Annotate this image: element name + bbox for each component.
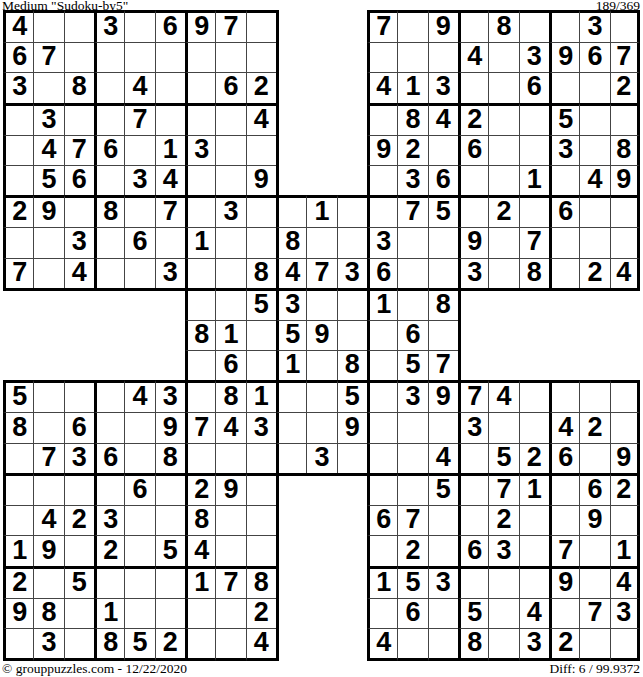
given-digit-r16c6: 8 (185, 505, 215, 535)
void-r9c4 (124, 288, 154, 320)
given-digit-r6c18: 6 (549, 195, 579, 227)
given-digit-r4c1: 4 (33, 135, 63, 165)
given-digit-r12c14: 9 (428, 380, 458, 412)
void-r15c10 (306, 473, 336, 505)
empty-cell-r4c16[interactable] (488, 135, 518, 165)
empty-cell-r19c6[interactable] (185, 598, 215, 628)
empty-cell-r9c13[interactable] (397, 288, 427, 320)
given-digit-r3c13: 8 (397, 103, 427, 135)
given-digit-r17c13: 2 (397, 535, 427, 565)
empty-cell-r10c8[interactable] (246, 320, 276, 350)
empty-cell-r16c14[interactable] (428, 505, 458, 535)
empty-cell-r19c4[interactable] (124, 598, 154, 628)
empty-cell-r15c18[interactable] (549, 473, 579, 505)
empty-cell-r18c3[interactable] (94, 566, 124, 598)
void-r10c0 (3, 320, 33, 350)
empty-cell-r12c9[interactable] (276, 380, 306, 412)
void-r0c10 (306, 10, 336, 42)
empty-cell-r7c13[interactable] (397, 227, 427, 257)
empty-cell-r13c13[interactable] (397, 412, 427, 442)
void-r10c1 (33, 320, 63, 350)
given-digit-r5c19: 4 (579, 165, 609, 195)
empty-cell-r20c0[interactable] (3, 628, 33, 661)
void-r19c10 (306, 598, 336, 628)
void-r17c10 (306, 535, 336, 565)
given-digit-r3c15: 2 (458, 103, 488, 135)
void-r19c9 (276, 598, 306, 628)
given-digit-r18c2: 5 (64, 566, 94, 598)
given-digit-r15c17: 1 (519, 473, 549, 505)
empty-cell-r13c16[interactable] (488, 412, 518, 442)
given-digit-r1c0: 6 (3, 42, 33, 72)
void-r9c1 (33, 288, 63, 320)
empty-cell-r11c12[interactable] (367, 350, 397, 380)
given-digit-r11c11: 8 (337, 350, 367, 380)
empty-cell-r16c18[interactable] (549, 505, 579, 535)
empty-cell-r8c18[interactable] (549, 258, 579, 288)
empty-cell-r7c11[interactable] (337, 227, 367, 257)
empty-cell-r20c7[interactable] (215, 628, 245, 661)
empty-cell-r4c4[interactable] (124, 135, 154, 165)
empty-cell-r0c20[interactable] (610, 10, 640, 42)
given-digit-r5c17: 1 (519, 165, 549, 195)
empty-cell-r6c15[interactable] (458, 195, 488, 227)
empty-cell-r13c4[interactable] (124, 412, 154, 442)
empty-cell-r1c13[interactable] (397, 42, 427, 72)
empty-cell-r13c1[interactable] (33, 412, 63, 442)
empty-cell-r15c5[interactable] (155, 473, 185, 505)
empty-cell-r3c3[interactable] (94, 103, 124, 135)
empty-cell-r1c5[interactable] (155, 42, 185, 72)
empty-cell-r20c13[interactable] (397, 628, 427, 661)
given-digit-r5c13: 3 (397, 165, 427, 195)
given-digit-r4c6: 3 (185, 135, 215, 165)
void-r11c16 (488, 350, 518, 380)
empty-cell-r8c16[interactable] (488, 258, 518, 288)
empty-cell-r7c16[interactable] (488, 227, 518, 257)
empty-cell-r12c19[interactable] (579, 380, 609, 412)
void-r11c3 (94, 350, 124, 380)
empty-cell-r1c12[interactable] (367, 42, 397, 72)
empty-cell-r5c12[interactable] (367, 165, 397, 195)
empty-cell-r0c4[interactable] (124, 10, 154, 42)
empty-cell-r4c0[interactable] (3, 135, 33, 165)
empty-cell-r8c1[interactable] (33, 258, 63, 288)
empty-cell-r20c16[interactable] (488, 628, 518, 661)
empty-cell-r6c12[interactable] (367, 195, 397, 227)
empty-cell-r15c12[interactable] (367, 473, 397, 505)
empty-cell-r5c3[interactable] (94, 165, 124, 195)
given-digit-r20c18: 2 (549, 628, 579, 661)
empty-cell-r9c6[interactable] (185, 288, 215, 320)
empty-cell-r16c8[interactable] (246, 505, 276, 535)
empty-cell-r19c5[interactable] (155, 598, 185, 628)
given-digit-r18c8: 8 (246, 566, 276, 598)
void-r9c17 (519, 288, 549, 320)
given-digit-r13c0: 8 (3, 412, 33, 442)
empty-cell-r14c19[interactable] (579, 443, 609, 473)
void-r2c9 (276, 72, 306, 102)
empty-cell-r16c15[interactable] (458, 505, 488, 535)
empty-cell-r8c7[interactable] (215, 258, 245, 288)
empty-cell-r13c14[interactable] (428, 412, 458, 442)
void-r10c17 (519, 320, 549, 350)
void-r0c9 (276, 10, 306, 42)
void-r18c9 (276, 566, 306, 598)
empty-cell-r15c13[interactable] (397, 473, 427, 505)
empty-cell-r17c7[interactable] (215, 535, 245, 565)
empty-cell-r0c17[interactable] (519, 10, 549, 42)
given-digit-r4c3: 6 (94, 135, 124, 165)
given-digit-r7c17: 7 (519, 227, 549, 257)
empty-cell-r17c2[interactable] (64, 535, 94, 565)
void-r3c10 (306, 103, 336, 135)
empty-cell-r13c17[interactable] (519, 412, 549, 442)
empty-cell-r18c15[interactable] (458, 566, 488, 598)
empty-cell-r2c18[interactable] (549, 72, 579, 102)
given-digit-r1c20: 7 (610, 42, 640, 72)
empty-cell-r20c14[interactable] (428, 628, 458, 661)
empty-cell-r19c2[interactable] (64, 598, 94, 628)
empty-cell-r1c16[interactable] (488, 42, 518, 72)
given-digit-r2c7: 6 (215, 72, 245, 102)
empty-cell-r2c19[interactable] (579, 72, 609, 102)
empty-cell-r20c6[interactable] (185, 628, 215, 661)
empty-cell-r0c13[interactable] (397, 10, 427, 42)
given-digit-r17c3: 2 (94, 535, 124, 565)
empty-cell-r5c6[interactable] (185, 165, 215, 195)
given-digit-r12c15: 7 (458, 380, 488, 412)
empty-cell-r20c19[interactable] (579, 628, 609, 661)
empty-cell-r8c14[interactable] (428, 258, 458, 288)
empty-cell-r4c8[interactable] (246, 135, 276, 165)
empty-cell-r7c18[interactable] (549, 227, 579, 257)
empty-cell-r17c8[interactable] (246, 535, 276, 565)
empty-cell-r14c13[interactable] (397, 443, 427, 473)
empty-cell-r3c0[interactable] (3, 103, 33, 135)
empty-cell-r1c4[interactable] (124, 42, 154, 72)
void-r17c9 (276, 535, 306, 565)
empty-cell-r20c20[interactable] (610, 628, 640, 661)
given-digit-r8c11: 3 (337, 258, 367, 288)
given-digit-r8c10: 7 (306, 258, 336, 288)
empty-cell-r8c13[interactable] (397, 258, 427, 288)
empty-cell-r7c10[interactable] (306, 227, 336, 257)
given-digit-r0c14: 9 (428, 10, 458, 42)
empty-cell-r6c11[interactable] (337, 195, 367, 227)
given-digit-r5c4: 3 (124, 165, 154, 195)
empty-cell-r3c2[interactable] (64, 103, 94, 135)
given-digit-r11c14: 7 (428, 350, 458, 380)
empty-cell-r14c15[interactable] (458, 443, 488, 473)
given-digit-r12c4: 4 (124, 380, 154, 412)
empty-cell-r5c16[interactable] (488, 165, 518, 195)
empty-cell-r2c3[interactable] (94, 72, 124, 102)
void-r3c9 (276, 103, 306, 135)
empty-cell-r5c0[interactable] (3, 165, 33, 195)
given-digit-r6c10: 1 (306, 195, 336, 227)
empty-cell-r11c10[interactable] (306, 350, 336, 380)
empty-cell-r2c6[interactable] (185, 72, 215, 102)
empty-cell-r7c7[interactable] (215, 227, 245, 257)
empty-cell-r2c1[interactable] (33, 72, 63, 102)
given-digit-r9c14: 8 (428, 288, 458, 320)
empty-cell-r1c2[interactable] (64, 42, 94, 72)
empty-cell-r15c1[interactable] (33, 473, 63, 505)
given-digit-r16c1: 4 (33, 505, 63, 535)
given-digit-r13c6: 7 (185, 412, 215, 442)
empty-cell-r5c15[interactable] (458, 165, 488, 195)
empty-cell-r6c8[interactable] (246, 195, 276, 227)
empty-cell-r3c12[interactable] (367, 103, 397, 135)
empty-cell-r8c4[interactable] (124, 258, 154, 288)
empty-cell-r12c6[interactable] (185, 380, 215, 412)
empty-cell-r17c4[interactable] (124, 535, 154, 565)
void-r10c2 (64, 320, 94, 350)
given-digit-r9c9: 3 (276, 288, 306, 320)
empty-cell-r13c12[interactable] (367, 412, 397, 442)
empty-cell-r10c12[interactable] (367, 320, 397, 350)
void-r5c10 (306, 165, 336, 195)
empty-cell-r3c7[interactable] (215, 103, 245, 135)
empty-cell-r0c8[interactable] (246, 10, 276, 42)
void-r20c9 (276, 628, 306, 661)
empty-cell-r1c6[interactable] (185, 42, 215, 72)
empty-cell-r7c3[interactable] (94, 227, 124, 257)
empty-cell-r0c2[interactable] (64, 10, 94, 42)
empty-cell-r0c18[interactable] (549, 10, 579, 42)
given-digit-r12c16: 4 (488, 380, 518, 412)
empty-cell-r9c11[interactable] (337, 288, 367, 320)
given-digit-r2c20: 2 (610, 72, 640, 102)
void-r9c0 (3, 288, 33, 320)
empty-cell-r12c2[interactable] (64, 380, 94, 412)
given-digit-r2c4: 4 (124, 72, 154, 102)
empty-cell-r1c14[interactable] (428, 42, 458, 72)
empty-cell-r16c7[interactable] (215, 505, 245, 535)
given-digit-r2c13: 1 (397, 72, 427, 102)
empty-cell-r15c3[interactable] (94, 473, 124, 505)
empty-cell-r14c4[interactable] (124, 443, 154, 473)
void-r20c11 (337, 628, 367, 661)
copyright-credit: © grouppuzzles.com - 12/22/2020 (2, 662, 187, 676)
empty-cell-r11c8[interactable] (246, 350, 276, 380)
empty-cell-r15c2[interactable] (64, 473, 94, 505)
empty-cell-r3c16[interactable] (488, 103, 518, 135)
empty-cell-r15c0[interactable] (3, 473, 33, 505)
void-r10c5 (155, 320, 185, 350)
given-digit-r4c12: 9 (367, 135, 397, 165)
empty-cell-r8c6[interactable] (185, 258, 215, 288)
empty-cell-r17c12[interactable] (367, 535, 397, 565)
given-digit-r8c9: 4 (276, 258, 306, 288)
void-r20c10 (306, 628, 336, 661)
void-r1c9 (276, 42, 306, 72)
void-r5c11 (337, 165, 367, 195)
empty-cell-r0c1[interactable] (33, 10, 63, 42)
given-digit-r18c12: 1 (367, 566, 397, 598)
given-digit-r17c0: 1 (3, 535, 33, 565)
empty-cell-r17c17[interactable] (519, 535, 549, 565)
empty-cell-r4c7[interactable] (215, 135, 245, 165)
empty-cell-r10c11[interactable] (337, 320, 367, 350)
void-r1c10 (306, 42, 336, 72)
empty-cell-r3c19[interactable] (579, 103, 609, 135)
empty-cell-r14c12[interactable] (367, 443, 397, 473)
empty-cell-r3c20[interactable] (610, 103, 640, 135)
empty-cell-r19c16[interactable] (488, 598, 518, 628)
given-digit-r3c18: 5 (549, 103, 579, 135)
empty-cell-r16c4[interactable] (124, 505, 154, 535)
empty-cell-r19c12[interactable] (367, 598, 397, 628)
given-digit-r18c13: 5 (397, 566, 427, 598)
given-digit-r6c13: 7 (397, 195, 427, 227)
empty-cell-r1c3[interactable] (94, 42, 124, 72)
empty-cell-r9c7[interactable] (215, 288, 245, 320)
empty-cell-r3c17[interactable] (519, 103, 549, 135)
empty-cell-r13c10[interactable] (306, 412, 336, 442)
empty-cell-r6c4[interactable] (124, 195, 154, 227)
empty-cell-r7c20[interactable] (610, 227, 640, 257)
void-r18c10 (306, 566, 336, 598)
void-r15c11 (337, 473, 367, 505)
void-r10c20 (610, 320, 640, 350)
void-r11c4 (124, 350, 154, 380)
given-digit-r16c2: 2 (64, 505, 94, 535)
void-r9c16 (488, 288, 518, 320)
empty-cell-r19c18[interactable] (549, 598, 579, 628)
given-digit-r20c15: 8 (458, 628, 488, 661)
empty-cell-r14c9[interactable] (276, 443, 306, 473)
empty-cell-r12c12[interactable] (367, 380, 397, 412)
empty-cell-r14c6[interactable] (185, 443, 215, 473)
empty-cell-r6c20[interactable] (610, 195, 640, 227)
empty-cell-r9c10[interactable] (306, 288, 336, 320)
empty-cell-r12c18[interactable] (549, 380, 579, 412)
given-digit-r17c5: 5 (155, 535, 185, 565)
empty-cell-r18c5[interactable] (155, 566, 185, 598)
given-digit-r14c20: 9 (610, 443, 640, 473)
empty-cell-r7c5[interactable] (155, 227, 185, 257)
empty-cell-r18c1[interactable] (33, 566, 63, 598)
empty-cell-r13c3[interactable] (94, 412, 124, 442)
empty-cell-r2c16[interactable] (488, 72, 518, 102)
empty-cell-r10c14[interactable] (428, 320, 458, 350)
given-digit-r13c18: 4 (549, 412, 579, 442)
void-r4c11 (337, 135, 367, 165)
empty-cell-r12c17[interactable] (519, 380, 549, 412)
given-digit-r15c14: 5 (428, 473, 458, 505)
empty-cell-r18c16[interactable] (488, 566, 518, 598)
empty-cell-r6c19[interactable] (579, 195, 609, 227)
empty-cell-r14c11[interactable] (337, 443, 367, 473)
empty-cell-r6c2[interactable] (64, 195, 94, 227)
empty-cell-r3c6[interactable] (185, 103, 215, 135)
empty-cell-r13c9[interactable] (276, 412, 306, 442)
empty-cell-r7c8[interactable] (246, 227, 276, 257)
void-r4c10 (306, 135, 336, 165)
empty-cell-r11c6[interactable] (185, 350, 215, 380)
empty-cell-r19c7[interactable] (215, 598, 245, 628)
given-digit-r15c19: 6 (579, 473, 609, 505)
given-digit-r4c2: 7 (64, 135, 94, 165)
given-digit-r17c16: 3 (488, 535, 518, 565)
empty-cell-r12c10[interactable] (306, 380, 336, 412)
empty-cell-r19c14[interactable] (428, 598, 458, 628)
empty-cell-r1c8[interactable] (246, 42, 276, 72)
empty-cell-r12c1[interactable] (33, 380, 63, 412)
given-digit-r15c20: 2 (610, 473, 640, 505)
empty-cell-r5c18[interactable] (549, 165, 579, 195)
empty-cell-r6c6[interactable] (185, 195, 215, 227)
empty-cell-r14c7[interactable] (215, 443, 245, 473)
given-digit-r15c7: 9 (215, 473, 245, 505)
void-r11c19 (579, 350, 609, 380)
empty-cell-r18c4[interactable] (124, 566, 154, 598)
empty-cell-r7c19[interactable] (579, 227, 609, 257)
given-digit-r20c4: 5 (124, 628, 154, 661)
empty-cell-r0c15[interactable] (458, 10, 488, 42)
empty-cell-r4c17[interactable] (519, 135, 549, 165)
given-digit-r6c16: 2 (488, 195, 518, 227)
empty-cell-r16c20[interactable] (610, 505, 640, 535)
empty-cell-r12c20[interactable] (610, 380, 640, 412)
empty-cell-r2c15[interactable] (458, 72, 488, 102)
void-r16c11 (337, 505, 367, 535)
empty-cell-r18c19[interactable] (579, 566, 609, 598)
empty-cell-r13c20[interactable] (610, 412, 640, 442)
void-r11c1 (33, 350, 63, 380)
given-digit-r6c0: 2 (3, 195, 33, 227)
empty-cell-r20c2[interactable] (64, 628, 94, 661)
empty-cell-r17c19[interactable] (579, 535, 609, 565)
empty-cell-r16c0[interactable] (3, 505, 33, 535)
given-digit-r0c5: 6 (155, 10, 185, 42)
empty-cell-r17c14[interactable] (428, 535, 458, 565)
given-digit-r6c5: 7 (155, 195, 185, 227)
empty-cell-r4c14[interactable] (428, 135, 458, 165)
empty-cell-r16c5[interactable] (155, 505, 185, 535)
empty-cell-r3c5[interactable] (155, 103, 185, 135)
empty-cell-r1c7[interactable] (215, 42, 245, 72)
void-r2c11 (337, 72, 367, 102)
empty-cell-r14c8[interactable] (246, 443, 276, 473)
empty-cell-r7c0[interactable] (3, 227, 33, 257)
empty-cell-r12c3[interactable] (94, 380, 124, 412)
empty-cell-r5c7[interactable] (215, 165, 245, 195)
empty-cell-r6c9[interactable] (276, 195, 306, 227)
empty-cell-r4c19[interactable] (579, 135, 609, 165)
empty-cell-r6c17[interactable] (519, 195, 549, 227)
empty-cell-r14c0[interactable] (3, 443, 33, 473)
given-digit-r1c15: 4 (458, 42, 488, 72)
given-digit-r19c8: 2 (246, 598, 276, 628)
empty-cell-r15c8[interactable] (246, 473, 276, 505)
empty-cell-r16c17[interactable] (519, 505, 549, 535)
given-digit-r8c20: 4 (610, 258, 640, 288)
empty-cell-r8c3[interactable] (94, 258, 124, 288)
void-r11c15 (458, 350, 488, 380)
empty-cell-r2c5[interactable] (155, 72, 185, 102)
empty-cell-r15c15[interactable] (458, 473, 488, 505)
given-digit-r15c6: 2 (185, 473, 215, 505)
empty-cell-r7c1[interactable] (33, 227, 63, 257)
empty-cell-r18c17[interactable] (519, 566, 549, 598)
void-r9c18 (549, 288, 579, 320)
given-digit-r1c17: 3 (519, 42, 549, 72)
empty-cell-r7c14[interactable] (428, 227, 458, 257)
given-digit-r12c11: 5 (337, 380, 367, 412)
